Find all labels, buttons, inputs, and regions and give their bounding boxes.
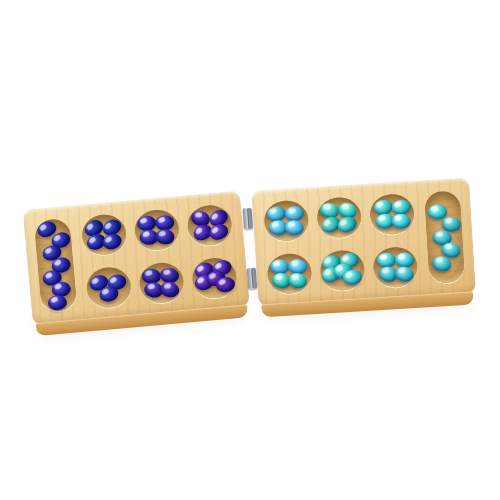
left-pit-grid — [79, 201, 239, 310]
pit-bottom-2[interactable] — [138, 260, 185, 304]
stone — [285, 220, 305, 236]
pit-top-5[interactable] — [316, 196, 362, 239]
product-photo-canvas — [0, 0, 500, 500]
stone — [207, 222, 230, 243]
stone — [391, 214, 410, 229]
stone — [342, 268, 363, 286]
stone — [427, 204, 446, 219]
stone — [393, 265, 414, 283]
pit-bottom-4[interactable] — [266, 252, 312, 295]
hinge-bottom — [247, 268, 257, 290]
board-left-panel — [23, 190, 250, 325]
pit-top-1[interactable] — [80, 212, 127, 256]
stone — [101, 231, 124, 251]
stone — [156, 229, 176, 245]
stone — [287, 271, 309, 289]
pit-top-2[interactable] — [133, 208, 180, 252]
hinge-top — [243, 208, 253, 230]
stone — [336, 214, 359, 235]
board-right-panel — [251, 178, 476, 307]
right-pit-grid — [262, 191, 420, 296]
stone — [159, 280, 181, 299]
store-right[interactable] — [424, 190, 466, 284]
pit-top-4[interactable] — [263, 199, 309, 242]
store-left[interactable] — [34, 218, 78, 313]
pit-bottom-6[interactable] — [372, 245, 418, 288]
pit-top-6[interactable] — [369, 192, 415, 235]
stone — [215, 276, 236, 294]
pit-bottom-5[interactable] — [319, 249, 365, 292]
pit-top-3[interactable] — [186, 203, 233, 247]
stone — [47, 294, 67, 310]
pit-bottom-1[interactable] — [85, 265, 132, 309]
mancala-board — [23, 177, 476, 324]
pit-bottom-3[interactable] — [191, 256, 238, 300]
